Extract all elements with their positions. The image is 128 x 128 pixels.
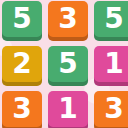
- tile-r1c3[interactable]: 5: [94, 1, 128, 41]
- tile-r3c1[interactable]: 3: [2, 91, 42, 128]
- tile-r3c3[interactable]: 3: [94, 91, 128, 128]
- tile-r1c1[interactable]: 5: [2, 1, 42, 41]
- tile-r3c2[interactable]: 1: [48, 91, 88, 128]
- tile-r2c2[interactable]: 5: [48, 46, 88, 86]
- tile-r1c2[interactable]: 3: [48, 1, 88, 41]
- game-board: 535251313: [2, 1, 128, 128]
- tile-r2c3[interactable]: 1: [94, 46, 128, 86]
- tile-r2c1[interactable]: 2: [2, 46, 42, 86]
